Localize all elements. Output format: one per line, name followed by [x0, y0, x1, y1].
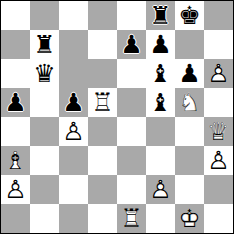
square-e4[interactable] — [117, 117, 146, 146]
square-f8[interactable]: ♜ — [146, 1, 175, 30]
square-f3[interactable] — [146, 146, 175, 175]
square-c1[interactable] — [59, 204, 88, 233]
piece-white-pawn: ♟♙ — [204, 146, 233, 175]
white-piece-outline-glyph: ♗ — [1, 146, 30, 175]
black-piece-fill-glyph: ♜ — [146, 1, 175, 30]
white-piece-outline-glyph: ♕ — [204, 117, 233, 146]
white-piece-outline-glyph: ♙ — [59, 117, 88, 146]
square-a1[interactable] — [1, 204, 30, 233]
white-piece-fill-glyph: ♛ — [204, 117, 233, 146]
square-a7[interactable] — [1, 30, 30, 59]
white-piece-fill-glyph: ♜ — [88, 88, 117, 117]
square-g2[interactable] — [175, 175, 204, 204]
square-d1[interactable] — [88, 204, 117, 233]
black-piece-fill-glyph: ♟ — [146, 30, 175, 59]
white-piece-fill-glyph: ♟ — [204, 146, 233, 175]
square-b7[interactable]: ♜ — [30, 30, 59, 59]
square-b1[interactable] — [30, 204, 59, 233]
chess-board-frame: ♜♚♜♟♟♛♝♟♟♙♟♟♜♖♝♞♘♟♙♛♕♝♗♟♙♟♙♟♙♜♖♚♔ — [0, 0, 234, 234]
white-piece-fill-glyph: ♝ — [1, 146, 30, 175]
square-e8[interactable] — [117, 1, 146, 30]
white-piece-fill-glyph: ♟ — [146, 175, 175, 204]
square-h2[interactable] — [204, 175, 233, 204]
square-h6[interactable]: ♟♙ — [204, 59, 233, 88]
square-c5[interactable]: ♟ — [59, 88, 88, 117]
black-piece-fill-glyph: ♟ — [1, 88, 30, 117]
square-h4[interactable]: ♛♕ — [204, 117, 233, 146]
white-piece-outline-glyph: ♙ — [146, 175, 175, 204]
square-d5[interactable]: ♜♖ — [88, 88, 117, 117]
chess-board: ♜♚♜♟♟♛♝♟♟♙♟♟♜♖♝♞♘♟♙♛♕♝♗♟♙♟♙♟♙♜♖♚♔ — [1, 1, 233, 233]
square-g4[interactable] — [175, 117, 204, 146]
piece-black-bishop: ♝ — [146, 88, 175, 117]
piece-white-pawn: ♟♙ — [1, 175, 30, 204]
piece-black-pawn: ♟ — [175, 59, 204, 88]
square-a4[interactable] — [1, 117, 30, 146]
square-h5[interactable] — [204, 88, 233, 117]
white-piece-outline-glyph: ♖ — [88, 88, 117, 117]
square-d8[interactable] — [88, 1, 117, 30]
black-piece-fill-glyph: ♟ — [175, 59, 204, 88]
square-e5[interactable] — [117, 88, 146, 117]
square-d7[interactable] — [88, 30, 117, 59]
piece-black-pawn: ♟ — [146, 30, 175, 59]
square-d3[interactable] — [88, 146, 117, 175]
piece-black-pawn: ♟ — [117, 30, 146, 59]
piece-black-bishop: ♝ — [146, 59, 175, 88]
square-f7[interactable]: ♟ — [146, 30, 175, 59]
piece-white-bishop: ♝♗ — [1, 146, 30, 175]
piece-white-pawn: ♟♙ — [59, 117, 88, 146]
square-d2[interactable] — [88, 175, 117, 204]
square-f4[interactable] — [146, 117, 175, 146]
black-piece-fill-glyph: ♝ — [146, 88, 175, 117]
square-c4[interactable]: ♟♙ — [59, 117, 88, 146]
piece-white-rook: ♜♖ — [88, 88, 117, 117]
piece-white-pawn: ♟♙ — [146, 175, 175, 204]
square-g1[interactable]: ♚♔ — [175, 204, 204, 233]
white-piece-outline-glyph: ♙ — [204, 146, 233, 175]
white-piece-fill-glyph: ♟ — [1, 175, 30, 204]
square-a2[interactable]: ♟♙ — [1, 175, 30, 204]
piece-black-rook: ♜ — [30, 30, 59, 59]
square-e2[interactable] — [117, 175, 146, 204]
piece-black-rook: ♜ — [146, 1, 175, 30]
piece-white-knight: ♞♘ — [175, 88, 204, 117]
white-piece-fill-glyph: ♟ — [204, 59, 233, 88]
square-b3[interactable] — [30, 146, 59, 175]
black-piece-fill-glyph: ♝ — [146, 59, 175, 88]
square-g6[interactable]: ♟ — [175, 59, 204, 88]
piece-white-king: ♚♔ — [175, 204, 204, 233]
piece-black-pawn: ♟ — [59, 88, 88, 117]
square-d4[interactable] — [88, 117, 117, 146]
square-e1[interactable]: ♜♖ — [117, 204, 146, 233]
piece-black-pawn: ♟ — [1, 88, 30, 117]
square-g5[interactable]: ♞♘ — [175, 88, 204, 117]
square-e7[interactable]: ♟ — [117, 30, 146, 59]
black-piece-fill-glyph: ♛ — [30, 59, 59, 88]
square-h3[interactable]: ♟♙ — [204, 146, 233, 175]
square-h1[interactable] — [204, 204, 233, 233]
square-e6[interactable] — [117, 59, 146, 88]
white-piece-outline-glyph: ♖ — [117, 204, 146, 233]
piece-black-king: ♚ — [175, 1, 204, 30]
square-b2[interactable] — [30, 175, 59, 204]
square-a6[interactable] — [1, 59, 30, 88]
square-c7[interactable] — [59, 30, 88, 59]
square-g8[interactable]: ♚ — [175, 1, 204, 30]
white-piece-fill-glyph: ♜ — [117, 204, 146, 233]
white-piece-outline-glyph: ♘ — [175, 88, 204, 117]
black-piece-fill-glyph: ♟ — [59, 88, 88, 117]
piece-white-pawn: ♟♙ — [204, 59, 233, 88]
piece-black-queen: ♛ — [30, 59, 59, 88]
black-piece-fill-glyph: ♟ — [117, 30, 146, 59]
square-g3[interactable] — [175, 146, 204, 175]
square-f2[interactable]: ♟♙ — [146, 175, 175, 204]
white-piece-outline-glyph: ♙ — [1, 175, 30, 204]
piece-white-queen: ♛♕ — [204, 117, 233, 146]
black-piece-fill-glyph: ♚ — [175, 1, 204, 30]
square-e3[interactable] — [117, 146, 146, 175]
square-b5[interactable] — [30, 88, 59, 117]
square-a3[interactable]: ♝♗ — [1, 146, 30, 175]
square-f5[interactable]: ♝ — [146, 88, 175, 117]
square-c8[interactable] — [59, 1, 88, 30]
square-h8[interactable] — [204, 1, 233, 30]
square-a5[interactable]: ♟ — [1, 88, 30, 117]
white-piece-fill-glyph: ♞ — [175, 88, 204, 117]
square-g7[interactable] — [175, 30, 204, 59]
white-piece-fill-glyph: ♚ — [175, 204, 204, 233]
white-piece-fill-glyph: ♟ — [59, 117, 88, 146]
square-c3[interactable] — [59, 146, 88, 175]
square-d6[interactable] — [88, 59, 117, 88]
square-f1[interactable] — [146, 204, 175, 233]
square-a8[interactable] — [1, 1, 30, 30]
white-piece-outline-glyph: ♙ — [204, 59, 233, 88]
piece-white-rook: ♜♖ — [117, 204, 146, 233]
black-piece-fill-glyph: ♜ — [30, 30, 59, 59]
square-f6[interactable]: ♝ — [146, 59, 175, 88]
square-b6[interactable]: ♛ — [30, 59, 59, 88]
square-c2[interactable] — [59, 175, 88, 204]
white-piece-outline-glyph: ♔ — [175, 204, 204, 233]
square-b4[interactable] — [30, 117, 59, 146]
square-c6[interactable] — [59, 59, 88, 88]
square-b8[interactable] — [30, 1, 59, 30]
square-h7[interactable] — [204, 30, 233, 59]
